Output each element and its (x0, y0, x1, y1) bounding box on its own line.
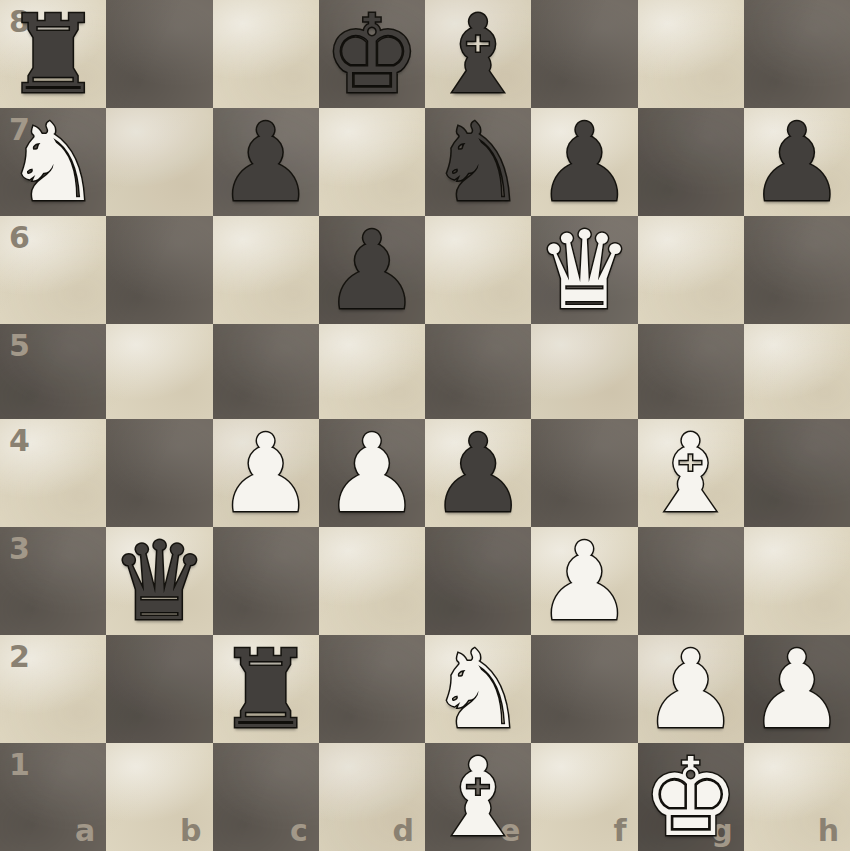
piece-black-bishop[interactable]: ♝ (430, 1, 527, 109)
square-c7[interactable]: ♟ (213, 108, 319, 216)
square-a5[interactable]: 5 (0, 324, 106, 419)
square-f4[interactable] (531, 419, 637, 527)
square-b8[interactable] (106, 0, 212, 108)
square-e5[interactable] (425, 324, 531, 419)
file-label-h: h (818, 816, 839, 846)
square-d2[interactable] (319, 635, 425, 743)
chess-board-container: 8♜♚♝7♞♟♞♟♟6♟♛54♟♟♟♝3♛♟2♜♞♟♟1abcde♝fg♚h (0, 0, 850, 851)
square-e8[interactable]: ♝ (425, 0, 531, 108)
square-c5[interactable] (213, 324, 319, 419)
rank-label-3: 3 (9, 534, 30, 564)
square-h5[interactable] (744, 324, 850, 419)
square-g5[interactable] (638, 324, 744, 419)
square-g2[interactable]: ♟ (638, 635, 744, 743)
square-b4[interactable] (106, 419, 212, 527)
square-a6[interactable]: 6 (0, 216, 106, 324)
square-h4[interactable] (744, 419, 850, 527)
square-d7[interactable] (319, 108, 425, 216)
rank-label-5: 5 (9, 331, 30, 361)
piece-white-knight[interactable]: ♞ (5, 109, 102, 217)
square-e2[interactable]: ♞ (425, 635, 531, 743)
square-f1[interactable]: f (531, 743, 637, 851)
square-c1[interactable]: c (213, 743, 319, 851)
square-a1[interactable]: 1a (0, 743, 106, 851)
square-c6[interactable] (213, 216, 319, 324)
square-c3[interactable] (213, 527, 319, 635)
piece-white-knight[interactable]: ♞ (430, 636, 527, 744)
piece-black-pawn[interactable]: ♟ (536, 109, 633, 217)
piece-white-pawn[interactable]: ♟ (536, 528, 633, 636)
piece-black-rook[interactable]: ♜ (217, 636, 314, 744)
file-label-b: b (180, 816, 201, 846)
file-label-d: d (393, 816, 414, 846)
square-b7[interactable] (106, 108, 212, 216)
piece-white-king[interactable]: ♚ (642, 744, 739, 851)
piece-white-pawn[interactable]: ♟ (217, 420, 314, 528)
square-h3[interactable] (744, 527, 850, 635)
square-e3[interactable] (425, 527, 531, 635)
square-f8[interactable] (531, 0, 637, 108)
square-g8[interactable] (638, 0, 744, 108)
rank-label-2: 2 (9, 642, 30, 672)
square-d4[interactable]: ♟ (319, 419, 425, 527)
square-g6[interactable] (638, 216, 744, 324)
square-d3[interactable] (319, 527, 425, 635)
square-c2[interactable]: ♜ (213, 635, 319, 743)
piece-black-pawn[interactable]: ♟ (323, 217, 420, 325)
square-a7[interactable]: 7♞ (0, 108, 106, 216)
square-d8[interactable]: ♚ (319, 0, 425, 108)
square-e1[interactable]: e♝ (425, 743, 531, 851)
square-g4[interactable]: ♝ (638, 419, 744, 527)
square-b2[interactable] (106, 635, 212, 743)
rank-label-6: 6 (9, 223, 30, 253)
square-h7[interactable]: ♟ (744, 108, 850, 216)
square-c8[interactable] (213, 0, 319, 108)
square-h6[interactable] (744, 216, 850, 324)
piece-black-rook[interactable]: ♜ (5, 1, 102, 109)
chess-board: 8♜♚♝7♞♟♞♟♟6♟♛54♟♟♟♝3♛♟2♜♞♟♟1abcde♝fg♚h (0, 0, 850, 851)
square-e6[interactable] (425, 216, 531, 324)
square-f2[interactable] (531, 635, 637, 743)
square-g1[interactable]: g♚ (638, 743, 744, 851)
square-b1[interactable]: b (106, 743, 212, 851)
rank-label-4: 4 (9, 426, 30, 456)
square-h1[interactable]: h (744, 743, 850, 851)
square-f6[interactable]: ♛ (531, 216, 637, 324)
piece-white-bishop[interactable]: ♝ (430, 744, 527, 851)
square-a4[interactable]: 4 (0, 419, 106, 527)
piece-black-king[interactable]: ♚ (323, 1, 420, 109)
square-g7[interactable] (638, 108, 744, 216)
square-f5[interactable] (531, 324, 637, 419)
square-a2[interactable]: 2 (0, 635, 106, 743)
square-d5[interactable] (319, 324, 425, 419)
square-e4[interactable]: ♟ (425, 419, 531, 527)
file-label-c: c (290, 816, 308, 846)
piece-black-queen[interactable]: ♛ (111, 528, 208, 636)
piece-white-pawn[interactable]: ♟ (748, 636, 845, 744)
piece-white-bishop[interactable]: ♝ (642, 420, 739, 528)
square-b5[interactable] (106, 324, 212, 419)
piece-white-pawn[interactable]: ♟ (642, 636, 739, 744)
file-label-f: f (613, 816, 626, 846)
square-f3[interactable]: ♟ (531, 527, 637, 635)
square-f7[interactable]: ♟ (531, 108, 637, 216)
square-a8[interactable]: 8♜ (0, 0, 106, 108)
piece-white-pawn[interactable]: ♟ (323, 420, 420, 528)
square-d1[interactable]: d (319, 743, 425, 851)
square-h2[interactable]: ♟ (744, 635, 850, 743)
square-g3[interactable] (638, 527, 744, 635)
square-b3[interactable]: ♛ (106, 527, 212, 635)
piece-white-queen[interactable]: ♛ (536, 217, 633, 325)
piece-black-pawn[interactable]: ♟ (748, 109, 845, 217)
piece-black-pawn[interactable]: ♟ (217, 109, 314, 217)
square-e7[interactable]: ♞ (425, 108, 531, 216)
square-a3[interactable]: 3 (0, 527, 106, 635)
file-label-a: a (75, 816, 95, 846)
square-d6[interactable]: ♟ (319, 216, 425, 324)
square-h8[interactable] (744, 0, 850, 108)
piece-black-knight[interactable]: ♞ (430, 109, 527, 217)
square-c4[interactable]: ♟ (213, 419, 319, 527)
square-b6[interactable] (106, 216, 212, 324)
rank-label-1: 1 (9, 750, 30, 780)
piece-black-pawn[interactable]: ♟ (430, 420, 527, 528)
